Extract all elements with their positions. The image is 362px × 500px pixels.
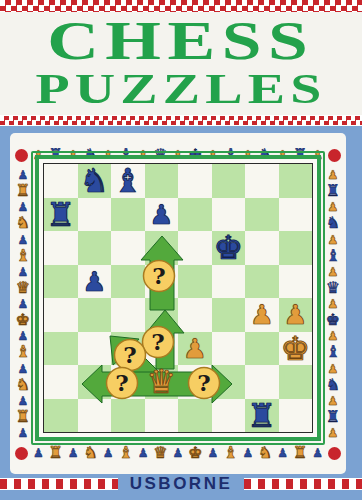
piece-gold-pawn-h4: ♟	[279, 298, 313, 332]
border-piece-blue-pawn: ♟	[18, 330, 29, 342]
border-piece-blue-pawn: ♟	[18, 266, 29, 278]
border-piece-gold-rook: ♜	[16, 409, 30, 425]
border-piece-blue-rook: ♜	[326, 183, 340, 199]
border-piece-blue-knight: ♞	[326, 215, 340, 231]
border-piece-gold-bishop: ♝	[223, 445, 237, 461]
puzzle-card: ♟♜♟♞♟♝♟♛♟♚♟♝♟♞♟♜♟ ♟♜♟♞♟♝♟♛♟♚♟♝♟♞♟♜♟ ♟♜♟♞…	[10, 133, 346, 474]
border-piece-gold-pawn: ♟	[328, 427, 339, 439]
border-piece-gold-knight: ♞	[84, 445, 98, 461]
piece-blue-rook-a7: ♜	[44, 198, 78, 232]
piece-blue-pawn-b5: ♟	[78, 265, 112, 299]
border-piece-blue-pawn: ♟	[18, 395, 29, 407]
border-piece-gold-pawn: ♟	[328, 201, 339, 213]
title-line-2: PUZZLES	[35, 66, 326, 112]
border-piece-gold-pawn: ♟	[328, 234, 339, 246]
corner-dot	[328, 149, 341, 162]
border-piece-gold-pawn: ♟	[328, 266, 339, 278]
border-piece-gold-pawn: ♟	[328, 330, 339, 342]
border-piece-blue-pawn: ♟	[18, 169, 29, 181]
border-piece-blue-pawn: ♟	[138, 447, 149, 459]
publisher-bar: USBORNE	[0, 476, 362, 492]
border-piece-gold-queen: ♛	[153, 445, 167, 461]
piece-gold-pawn-g4: ♟	[245, 298, 279, 332]
border-piece-gold-rook: ♜	[293, 445, 307, 461]
piece-blue-pawn-d7: ♟	[145, 198, 179, 232]
checker-strip-middle	[0, 115, 362, 126]
border-piece-gold-bishop: ♝	[16, 248, 30, 264]
border-piece-blue-bishop: ♝	[326, 344, 340, 360]
border-piece-blue-pawn: ♟	[277, 447, 288, 459]
border-piece-gold-pawn: ♟	[328, 169, 339, 181]
border-piece-blue-pawn: ♟	[68, 447, 79, 459]
border-piece-blue-knight: ♞	[326, 377, 340, 393]
border-piece-blue-king: ♚	[326, 312, 340, 328]
board-frame-outer: ?????♞♝♜♟♚♟♟♟♟♚♛♜	[31, 151, 325, 445]
piece-blue-rook-g1: ♜	[245, 399, 279, 433]
border-piece-blue-bishop: ♝	[326, 248, 340, 264]
piece-gold-queen-d2: ♛	[145, 365, 179, 399]
border-piece-gold-queen: ♛	[16, 280, 30, 296]
book-cover: CHESS PUZZLES ♟♜♟♞♟♝♟♛♟♚♟♝♟♞♟♜♟ ♟♜♟♞♟♝♟♛…	[0, 0, 362, 500]
border-piece-gold-knight: ♞	[16, 377, 30, 393]
piece-gold-pawn-e3: ♟	[178, 332, 212, 366]
corner-dot	[15, 149, 28, 162]
checker-strip-bottom-right	[244, 478, 362, 490]
border-piece-blue-pawn: ♟	[103, 447, 114, 459]
border-piece-blue-pawn: ♟	[18, 427, 29, 439]
border-piece-blue-pawn: ♟	[242, 447, 253, 459]
border-piece-gold-rook: ♜	[49, 445, 63, 461]
border-piece-blue-pawn: ♟	[18, 363, 29, 375]
border-piece-gold-king: ♚	[16, 312, 30, 328]
border-piece-blue-pawn: ♟	[208, 447, 219, 459]
border-piece-gold-pawn: ♟	[328, 298, 339, 310]
border-column-right: ♟♜♟♞♟♝♟♛♟♚♟♝♟♞♟♜♟	[323, 169, 343, 439]
title-area: CHESS PUZZLES	[0, 12, 362, 115]
border-piece-blue-pawn: ♟	[18, 234, 29, 246]
border-row-bottom: ♟♜♟♞♟♝♟♛♟♚♟♝♟♞♟♜♟	[15, 442, 341, 464]
border-piece-gold-pawn: ♟	[328, 395, 339, 407]
board: ?????♞♝♜♟♚♟♟♟♟♚♛♜	[43, 163, 313, 433]
piece-blue-king-f6: ♚	[212, 231, 246, 265]
piece-gold-king-h3: ♚	[279, 332, 313, 366]
border-piece-gold-bishop: ♝	[118, 445, 132, 461]
border-piece-gold-knight: ♞	[258, 445, 272, 461]
publisher-logo: USBORNE	[130, 474, 233, 494]
border-piece-gold-rook: ♜	[16, 183, 30, 199]
border-piece-blue-pawn: ♟	[18, 201, 29, 213]
border-piece-gold-pawn: ♟	[328, 363, 339, 375]
border-piece-blue-queen: ♛	[326, 280, 340, 296]
corner-dot	[328, 447, 341, 460]
border-column-left: ♟♜♟♞♟♝♟♛♟♚♟♝♟♞♟♜♟	[13, 169, 33, 439]
border-piece-gold-knight: ♞	[16, 215, 30, 231]
border-piece-blue-pawn: ♟	[173, 447, 184, 459]
piece-blue-bishop-c8: ♝	[111, 164, 145, 198]
checker-strip-bottom-left	[0, 478, 118, 490]
pieces-layer: ♞♝♜♟♚♟♟♟♟♚♛♜	[44, 164, 312, 432]
border-piece-blue-rook: ♜	[326, 409, 340, 425]
border-piece-gold-king: ♚	[188, 445, 202, 461]
board-frame-inner: ?????♞♝♜♟♚♟♟♟♟♚♛♜	[35, 155, 321, 441]
border-piece-gold-bishop: ♝	[16, 344, 30, 360]
corner-dot	[15, 447, 28, 460]
border-piece-blue-pawn: ♟	[18, 298, 29, 310]
border-piece-blue-pawn: ♟	[312, 447, 323, 459]
border-piece-blue-pawn: ♟	[33, 447, 44, 459]
piece-blue-knight-b8: ♞	[78, 164, 112, 198]
title-line-1: CHESS	[48, 16, 315, 66]
